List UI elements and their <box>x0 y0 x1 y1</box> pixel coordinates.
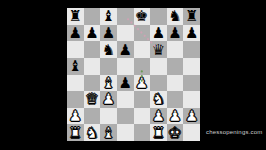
square-b4 <box>84 75 101 92</box>
piece-white-rook: ♜ <box>152 125 165 141</box>
square-d6: ♟ <box>117 41 134 58</box>
piece-white-pawn: ♟ <box>152 108 165 124</box>
piece-white-pawn: ♟ <box>135 75 148 91</box>
square-h3 <box>183 91 200 108</box>
watermark-label: chessopenings.com <box>206 129 262 135</box>
square-g2: ♟ <box>167 108 184 125</box>
square-e6 <box>134 41 151 58</box>
square-b7: ♟ <box>84 25 101 42</box>
square-c8: ♝ <box>100 8 117 25</box>
square-a2: ♟ <box>67 108 84 125</box>
square-a7: ♟ <box>67 25 84 42</box>
piece-black-pawn: ♟ <box>102 25 115 41</box>
piece-white-bishop: ♝ <box>102 125 115 141</box>
square-a6 <box>67 41 84 58</box>
piece-white-rook: ♜ <box>69 125 82 141</box>
square-g5 <box>167 58 184 75</box>
square-b6 <box>84 41 101 58</box>
square-e7 <box>134 25 151 42</box>
square-g4 <box>167 75 184 92</box>
square-c7: ♟ <box>100 25 117 42</box>
piece-black-queen: ♛ <box>152 42 165 58</box>
square-d8 <box>117 8 134 25</box>
square-h4 <box>183 75 200 92</box>
square-e5 <box>134 58 151 75</box>
square-c6: ♞ <box>100 41 117 58</box>
piece-black-pawn: ♟ <box>69 25 82 41</box>
square-g1: ♚ <box>167 124 184 141</box>
square-a3 <box>67 91 84 108</box>
square-f6: ♛ <box>150 41 167 58</box>
chess-diagram: ♜♝♚♞♜♟♟♟♟♟♟♞♟♛♝♝♟♟♛♟♞♟♟♟♟♜♞♝♜♚ chessopen… <box>0 0 266 150</box>
square-c5 <box>100 58 117 75</box>
square-h5 <box>183 58 200 75</box>
piece-black-pawn: ♟ <box>152 25 165 41</box>
square-d2 <box>117 108 134 125</box>
piece-white-pawn: ♟ <box>185 108 198 124</box>
square-g3 <box>167 91 184 108</box>
square-e2 <box>134 108 151 125</box>
piece-white-knight: ♞ <box>152 91 165 107</box>
square-g6 <box>167 41 184 58</box>
square-c3: ♟ <box>100 91 117 108</box>
square-f1: ♜ <box>150 124 167 141</box>
piece-black-rook: ♜ <box>185 8 198 24</box>
square-f8 <box>150 8 167 25</box>
square-g8: ♞ <box>167 8 184 25</box>
piece-black-rook: ♜ <box>69 8 82 24</box>
square-c2 <box>100 108 117 125</box>
square-c4: ♝ <box>100 75 117 92</box>
square-d3 <box>117 91 134 108</box>
piece-white-queen: ♛ <box>85 91 98 107</box>
square-d5 <box>117 58 134 75</box>
square-g7: ♟ <box>167 25 184 42</box>
piece-white-pawn: ♟ <box>168 108 181 124</box>
square-d7 <box>117 25 134 42</box>
piece-black-knight: ♞ <box>102 42 115 58</box>
piece-white-pawn: ♟ <box>69 108 82 124</box>
square-e3 <box>134 91 151 108</box>
square-e1 <box>134 124 151 141</box>
piece-black-pawn: ♟ <box>118 75 131 91</box>
piece-black-bishop: ♝ <box>69 58 82 74</box>
chess-board: ♜♝♚♞♜♟♟♟♟♟♟♞♟♛♝♝♟♟♛♟♞♟♟♟♟♜♞♝♜♚ <box>67 8 200 141</box>
square-b5 <box>84 58 101 75</box>
piece-black-king: ♚ <box>135 8 148 24</box>
square-f7: ♟ <box>150 25 167 42</box>
piece-white-knight: ♞ <box>85 125 98 141</box>
square-e4: ♟ <box>134 75 151 92</box>
square-a5: ♝ <box>67 58 84 75</box>
piece-black-pawn: ♟ <box>118 42 131 58</box>
square-a4 <box>67 75 84 92</box>
square-a8: ♜ <box>67 8 84 25</box>
square-f3: ♞ <box>150 91 167 108</box>
piece-white-pawn: ♟ <box>102 91 115 107</box>
square-h7: ♟ <box>183 25 200 42</box>
square-d4: ♟ <box>117 75 134 92</box>
piece-black-pawn: ♟ <box>85 25 98 41</box>
piece-black-pawn: ♟ <box>185 25 198 41</box>
piece-black-bishop: ♝ <box>102 8 115 24</box>
piece-white-bishop: ♝ <box>102 75 115 91</box>
square-b1: ♞ <box>84 124 101 141</box>
square-f2: ♟ <box>150 108 167 125</box>
square-h6 <box>183 41 200 58</box>
square-h1 <box>183 124 200 141</box>
square-b2 <box>84 108 101 125</box>
square-f4 <box>150 75 167 92</box>
square-b8 <box>84 8 101 25</box>
piece-black-pawn: ♟ <box>168 25 181 41</box>
piece-white-king: ♚ <box>168 125 181 141</box>
square-a1: ♜ <box>67 124 84 141</box>
square-f5 <box>150 58 167 75</box>
square-e8: ♚ <box>134 8 151 25</box>
square-d1 <box>117 124 134 141</box>
square-b3: ♛ <box>84 91 101 108</box>
square-c1: ♝ <box>100 124 117 141</box>
square-h2: ♟ <box>183 108 200 125</box>
square-h8: ♜ <box>183 8 200 25</box>
piece-black-knight: ♞ <box>168 8 181 24</box>
